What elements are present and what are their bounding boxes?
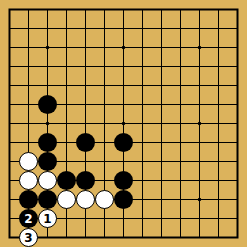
black-stone (38, 152, 57, 171)
star-point (198, 46, 202, 50)
white-stone (19, 171, 38, 190)
black-stone (57, 171, 76, 190)
move-number-label: 3 (24, 232, 32, 244)
star-point (46, 46, 50, 50)
black-stone (76, 133, 95, 152)
move-1-stone-white: 1 (38, 209, 57, 228)
star-point (122, 46, 126, 50)
black-stone (38, 95, 57, 114)
black-stone (114, 190, 133, 209)
star-point (122, 122, 126, 126)
move-number-label: 2 (24, 213, 32, 225)
move-3-stone-white: 3 (19, 228, 38, 247)
black-stone (19, 190, 38, 209)
star-point (46, 122, 50, 126)
black-stone (38, 190, 57, 209)
white-stone (95, 190, 114, 209)
white-stone (57, 190, 76, 209)
black-stone (114, 171, 133, 190)
white-stone (19, 152, 38, 171)
board-grid (0, 0, 247, 247)
go-diagram: 213 (0, 0, 247, 247)
black-stone (38, 133, 57, 152)
go-board: 213 (0, 0, 247, 247)
move-number-label: 1 (43, 213, 51, 225)
white-stone (38, 171, 57, 190)
white-stone (76, 190, 95, 209)
black-stone (76, 171, 95, 190)
move-2-stone-black: 2 (19, 209, 38, 228)
star-point (198, 198, 202, 202)
star-point (198, 122, 202, 126)
black-stone (114, 133, 133, 152)
